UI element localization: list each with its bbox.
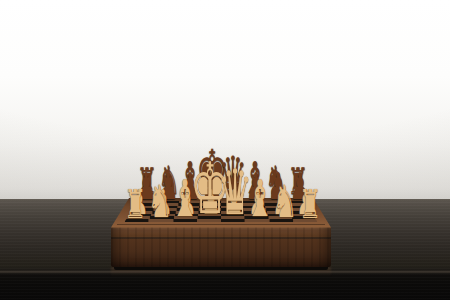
board-square [197, 219, 221, 222]
board-frame-groove [117, 224, 325, 226]
board-square [245, 219, 269, 222]
board-square [293, 219, 317, 222]
checkerboard [124, 201, 318, 223]
board-row [125, 219, 317, 222]
chess-set-photo-scene: ♜♞♝♚♛♝♞♜♟♟♟♟♟♟♟♟♟♟♟♟♟♟♟♟♜♞♝♚♛♝♞♜ [0, 0, 450, 300]
board-square [125, 219, 149, 222]
board-square [149, 219, 173, 222]
board-square [221, 219, 245, 222]
board-square [269, 219, 293, 222]
board-square [173, 219, 197, 222]
board-box-front-face [111, 227, 331, 267]
wall-vignette [0, 0, 450, 200]
